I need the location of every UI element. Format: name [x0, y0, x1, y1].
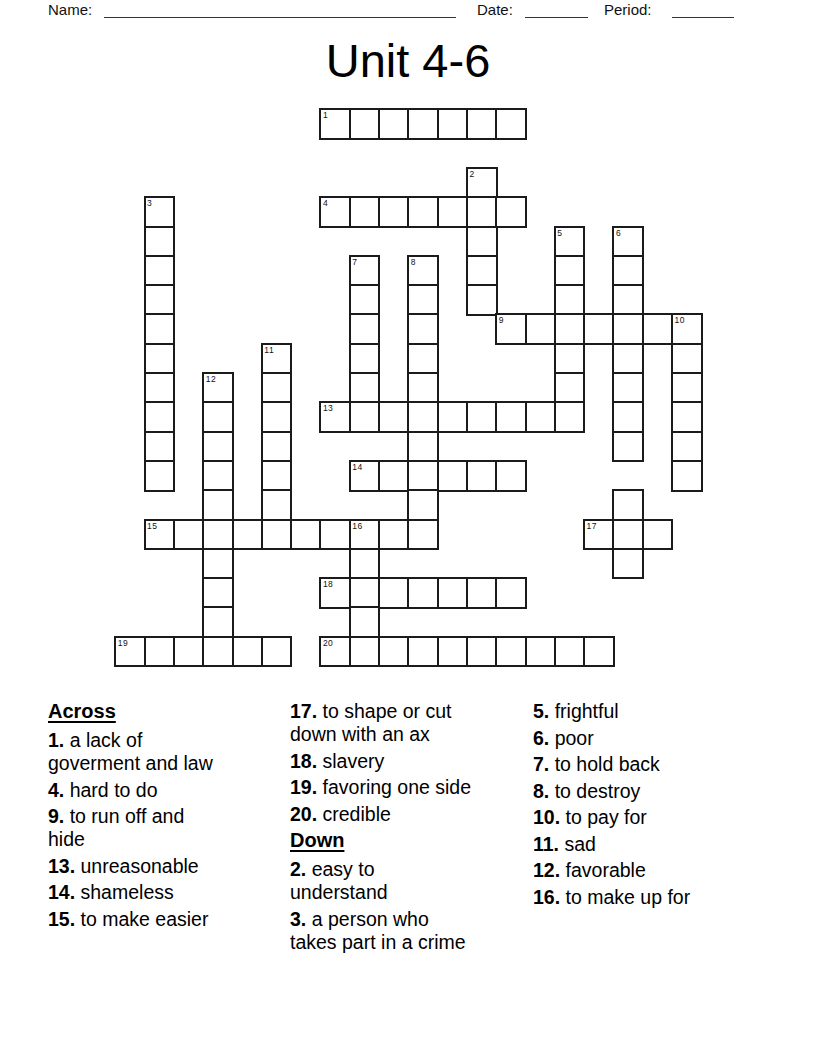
clue-number: 5.: [533, 700, 549, 722]
cell-number: 13: [323, 403, 333, 413]
crossword-cell[interactable]: 19: [114, 636, 146, 668]
crossword-cell[interactable]: [349, 196, 381, 228]
clue-number: 4.: [48, 779, 64, 801]
clue-number: 12.: [533, 859, 560, 881]
down-header: Down: [290, 829, 526, 852]
crossword-cell[interactable]: [612, 519, 644, 551]
crossword-cell[interactable]: [261, 401, 293, 433]
crossword-cell[interactable]: [261, 372, 293, 404]
crossword-cell[interactable]: [554, 636, 586, 668]
across-clues-overflow-group: 17. to shape or cut down with an ax18. s…: [290, 700, 526, 826]
worksheet-page: Name: Date: Period: Unit 4-6 12345678910…: [0, 0, 816, 1056]
crossword-cell[interactable]: [437, 577, 469, 609]
cell-number: 10: [675, 315, 685, 325]
cell-number: 9: [499, 315, 504, 325]
clue-item: 12. favorable: [533, 859, 773, 882]
crossword-cell[interactable]: 10: [671, 313, 703, 345]
clue-number: 16.: [533, 886, 560, 908]
crossword-cell[interactable]: 15: [144, 519, 176, 551]
crossword-cell[interactable]: [378, 636, 410, 668]
cell-number: 1: [323, 110, 328, 120]
clue-text: to run off and hide: [48, 805, 184, 850]
crossword-cell[interactable]: [495, 108, 527, 140]
crossword-cell[interactable]: [612, 548, 644, 580]
crossword-cell[interactable]: [437, 401, 469, 433]
crossword-cell[interactable]: [437, 108, 469, 140]
crossword-cell[interactable]: [349, 606, 381, 638]
crossword-cell[interactable]: [671, 401, 703, 433]
crossword-cell[interactable]: [378, 519, 410, 551]
clue-item: 11. sad: [533, 833, 773, 856]
clue-number: 15.: [48, 908, 75, 930]
crossword-cell[interactable]: 14: [349, 460, 381, 492]
clue-item: 18. slavery: [290, 750, 526, 773]
crossword-cell[interactable]: [437, 636, 469, 668]
clue-item: 2. easy to understand: [290, 858, 526, 904]
crossword-cell[interactable]: [407, 313, 439, 345]
crossword-cell[interactable]: [261, 489, 293, 521]
clue-text: favorable: [560, 859, 646, 881]
clue-text: a lack of goverment and law: [48, 729, 213, 774]
crossword-cell[interactable]: [407, 519, 439, 551]
crossword-cell[interactable]: [261, 519, 293, 551]
crossword-cell[interactable]: [554, 401, 586, 433]
clue-number: 11.: [533, 833, 559, 855]
clue-number: 9.: [48, 805, 64, 827]
crossword-cell[interactable]: [378, 196, 410, 228]
crossword-cell[interactable]: 7: [349, 255, 381, 287]
cell-number: 19: [118, 638, 128, 648]
crossword-cell[interactable]: [378, 401, 410, 433]
crossword-cell[interactable]: [202, 489, 234, 521]
cell-number: 20: [323, 638, 333, 648]
cell-number: 3: [147, 198, 152, 208]
crossword-cell[interactable]: [612, 489, 644, 521]
crossword-cell[interactable]: [466, 108, 498, 140]
crossword-cell[interactable]: [407, 431, 439, 463]
clue-text: to hold back: [549, 753, 660, 775]
clue-text: to make easier: [75, 908, 208, 930]
clue-number: 10.: [533, 806, 560, 828]
crossword-cell[interactable]: [495, 196, 527, 228]
crossword-cell[interactable]: [642, 519, 674, 551]
crossword-cell[interactable]: [554, 284, 586, 316]
clue-item: 16. to make up for: [533, 886, 773, 909]
clue-number: 13.: [48, 855, 75, 877]
crossword-cell[interactable]: 12: [202, 372, 234, 404]
crossword-cell[interactable]: [173, 636, 205, 668]
crossword-cell[interactable]: 13: [319, 401, 351, 433]
crossword-cell[interactable]: [173, 519, 205, 551]
crossword-cell[interactable]: [437, 460, 469, 492]
cell-number: 8: [411, 257, 416, 267]
crossword-cell[interactable]: [232, 519, 264, 551]
crossword-cell[interactable]: 2: [466, 167, 498, 199]
clue-number: 18.: [290, 750, 317, 772]
crossword-cell[interactable]: [671, 372, 703, 404]
crossword-cell[interactable]: [349, 108, 381, 140]
crossword-cell[interactable]: [466, 460, 498, 492]
clue-item: 20. credible: [290, 803, 526, 826]
crossword-cell[interactable]: [466, 401, 498, 433]
crossword-cell[interactable]: [407, 577, 439, 609]
clue-number: 6.: [533, 727, 549, 749]
crossword-cell[interactable]: [495, 460, 527, 492]
crossword-cell[interactable]: [612, 284, 644, 316]
crossword-cell[interactable]: [583, 313, 615, 345]
crossword-cell[interactable]: 5: [554, 226, 586, 258]
clue-item: 5. frightful: [533, 700, 773, 723]
crossword-cell[interactable]: [554, 343, 586, 375]
crossword-cell[interactable]: [407, 372, 439, 404]
clue-number: 7.: [533, 753, 549, 775]
cell-number: 7: [352, 257, 357, 267]
crossword-cell[interactable]: [202, 636, 234, 668]
crossword-cell[interactable]: [144, 636, 176, 668]
cell-number: 11: [264, 345, 274, 355]
crossword-cell[interactable]: [319, 519, 351, 551]
crossword-cell[interactable]: [261, 636, 293, 668]
crossword-cell[interactable]: [612, 401, 644, 433]
clue-number: 8.: [533, 780, 549, 802]
clue-item: 9. to run off and hide: [48, 805, 288, 851]
crossword-cell[interactable]: [349, 372, 381, 404]
crossword-cell[interactable]: [407, 343, 439, 375]
clue-text: poor: [549, 727, 593, 749]
across-clues-group: 1. a lack of goverment and law4. hard to…: [48, 729, 288, 931]
crossword-cell[interactable]: [466, 226, 498, 258]
cell-number: 18: [323, 579, 333, 589]
clue-text: unreasonable: [75, 855, 199, 877]
crossword-cell[interactable]: [290, 519, 322, 551]
crossword-cell[interactable]: [525, 313, 557, 345]
clue-text: to make up for: [560, 886, 690, 908]
clues-column-middle: 17. to shape or cut down with an ax18. s…: [290, 700, 526, 957]
cell-number: 2: [469, 169, 474, 179]
crossword-cell[interactable]: [612, 343, 644, 375]
cell-number: 5: [557, 228, 562, 238]
clue-text: a person who takes part in a crime: [290, 908, 466, 953]
clue-item: 8. to destroy: [533, 780, 773, 803]
clue-item: 4. hard to do: [48, 779, 288, 802]
crossword-cell[interactable]: [407, 196, 439, 228]
crossword-cell[interactable]: [466, 284, 498, 316]
crossword-cell[interactable]: [202, 519, 234, 551]
crossword-cell[interactable]: [202, 606, 234, 638]
cell-number: 12: [206, 374, 216, 384]
clue-item: 15. to make easier: [48, 908, 288, 931]
clue-item: 17. to shape or cut down with an ax: [290, 700, 526, 746]
crossword-cell[interactable]: 11: [261, 343, 293, 375]
crossword-cell[interactable]: [144, 401, 176, 433]
crossword-cell[interactable]: [349, 284, 381, 316]
crossword-cell[interactable]: 3: [144, 196, 176, 228]
crossword-cell[interactable]: [407, 460, 439, 492]
across-header: Across: [48, 700, 288, 723]
crossword-cell[interactable]: [612, 431, 644, 463]
crossword-cell[interactable]: 6: [612, 226, 644, 258]
crossword-cell[interactable]: [144, 255, 176, 287]
crossword-cell[interactable]: [202, 460, 234, 492]
crossword-cell[interactable]: 17: [583, 519, 615, 551]
cell-number: 16: [352, 521, 362, 531]
crossword-cell[interactable]: [202, 577, 234, 609]
clue-item: 14. shameless: [48, 881, 288, 904]
cell-number: 15: [147, 521, 157, 531]
crossword-cell[interactable]: 9: [495, 313, 527, 345]
clue-number: 1.: [48, 729, 64, 751]
crossword-cell[interactable]: [349, 636, 381, 668]
crossword-cell[interactable]: [407, 401, 439, 433]
down-clues-overflow-group: 5. frightful6. poor7. to hold back8. to …: [533, 700, 773, 909]
clue-item: 6. poor: [533, 727, 773, 750]
crossword-cell[interactable]: 8: [407, 255, 439, 287]
crossword-cell[interactable]: [349, 401, 381, 433]
clue-text: sad: [559, 833, 596, 855]
crossword-cell[interactable]: [466, 196, 498, 228]
cell-number: 17: [587, 521, 597, 531]
crossword-cell[interactable]: [378, 460, 410, 492]
clue-item: 7. to hold back: [533, 753, 773, 776]
crossword-cell[interactable]: [495, 401, 527, 433]
crossword-cell[interactable]: [466, 255, 498, 287]
crossword-cell[interactable]: [437, 196, 469, 228]
clue-text: slavery: [317, 750, 384, 772]
crossword-cell[interactable]: [144, 284, 176, 316]
crossword-cell[interactable]: 18: [319, 577, 351, 609]
down-clues-group: 2. easy to understand3. a person who tak…: [290, 858, 526, 954]
clue-text: frightful: [549, 700, 618, 722]
crossword-cell[interactable]: [671, 460, 703, 492]
crossword-cell[interactable]: [612, 313, 644, 345]
crossword-cell[interactable]: [407, 489, 439, 521]
crossword-cell[interactable]: 20: [319, 636, 351, 668]
clue-text: to pay for: [560, 806, 647, 828]
clue-text: hard to do: [64, 779, 157, 801]
clue-number: 3.: [290, 908, 306, 930]
crossword-cell[interactable]: [349, 548, 381, 580]
crossword-cell[interactable]: [144, 343, 176, 375]
crossword-cell[interactable]: [144, 226, 176, 258]
clue-text: shameless: [75, 881, 174, 903]
crossword-cell[interactable]: [466, 636, 498, 668]
clue-number: 19.: [290, 776, 317, 798]
crossword-cell[interactable]: [642, 313, 674, 345]
crossword-cell[interactable]: [407, 636, 439, 668]
crossword-cell[interactable]: [349, 577, 381, 609]
crossword-cell[interactable]: [144, 460, 176, 492]
crossword-cell[interactable]: [583, 636, 615, 668]
crossword-cell[interactable]: 4: [319, 196, 351, 228]
clue-text: credible: [317, 803, 391, 825]
clue-number: 20.: [290, 803, 317, 825]
crossword-cell[interactable]: [554, 255, 586, 287]
clue-item: 3. a person who takes part in a crime: [290, 908, 526, 954]
clue-item: 10. to pay for: [533, 806, 773, 829]
crossword-cell[interactable]: [202, 431, 234, 463]
cell-number: 14: [352, 462, 362, 472]
clue-item: 19. favoring one side: [290, 776, 526, 799]
crossword-cell[interactable]: [144, 313, 176, 345]
crossword-cell[interactable]: [202, 548, 234, 580]
cell-number: 6: [616, 228, 621, 238]
crossword-cell[interactable]: [378, 108, 410, 140]
crossword-cell[interactable]: [378, 577, 410, 609]
crossword-cell[interactable]: [495, 577, 527, 609]
crossword-cell[interactable]: [671, 431, 703, 463]
crossword-cell[interactable]: [232, 636, 264, 668]
crossword-cell[interactable]: [612, 372, 644, 404]
crossword-cell[interactable]: 1: [319, 108, 351, 140]
clues-column-down: 5. frightful6. poor7. to hold back8. to …: [533, 700, 773, 912]
crossword-cell[interactable]: [202, 401, 234, 433]
clue-number: 17.: [290, 700, 317, 722]
crossword-cell[interactable]: [612, 255, 644, 287]
crossword-cell[interactable]: [554, 372, 586, 404]
crossword-cell[interactable]: [525, 636, 557, 668]
clue-text: to destroy: [549, 780, 640, 802]
crossword-cell[interactable]: [261, 431, 293, 463]
crossword-grid: 1234567891011121314151617181920: [0, 0, 816, 690]
crossword-cell[interactable]: [466, 577, 498, 609]
crossword-cell[interactable]: [671, 343, 703, 375]
crossword-cell[interactable]: [349, 313, 381, 345]
crossword-cell[interactable]: [525, 401, 557, 433]
cell-number: 4: [323, 198, 328, 208]
crossword-cell[interactable]: [144, 431, 176, 463]
crossword-cell[interactable]: [144, 372, 176, 404]
crossword-cell[interactable]: [407, 108, 439, 140]
crossword-cell[interactable]: [495, 636, 527, 668]
crossword-cell[interactable]: [407, 284, 439, 316]
crossword-cell[interactable]: [349, 343, 381, 375]
clue-text: favoring one side: [317, 776, 471, 798]
crossword-cell[interactable]: 16: [349, 519, 381, 551]
crossword-cell[interactable]: [261, 460, 293, 492]
clue-item: 13. unreasonable: [48, 855, 288, 878]
crossword-cell[interactable]: [554, 313, 586, 345]
clues-column-across: Across 1. a lack of goverment and law4. …: [48, 700, 288, 934]
clue-number: 2.: [290, 858, 306, 880]
clue-item: 1. a lack of goverment and law: [48, 729, 288, 775]
clue-number: 14.: [48, 881, 75, 903]
